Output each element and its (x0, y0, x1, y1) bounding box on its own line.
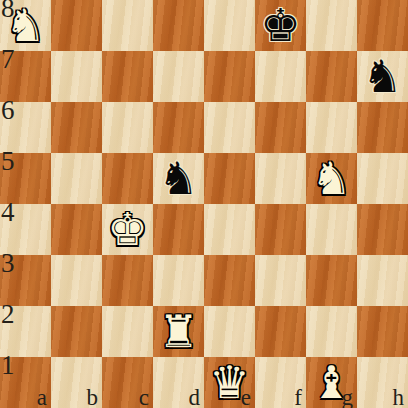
square-b2[interactable] (51, 306, 102, 357)
square-f7[interactable] (255, 51, 306, 102)
square-b3[interactable] (51, 255, 102, 306)
square-g7[interactable] (306, 51, 357, 102)
square-g8[interactable] (306, 0, 357, 51)
square-d8[interactable] (153, 0, 204, 51)
square-h5[interactable] (357, 153, 408, 204)
square-e8[interactable] (204, 0, 255, 51)
square-d1[interactable] (153, 357, 204, 408)
square-h4[interactable] (357, 204, 408, 255)
square-f8[interactable]: ♚ (255, 0, 306, 51)
square-c6[interactable] (102, 102, 153, 153)
square-h2[interactable] (357, 306, 408, 357)
square-h3[interactable] (357, 255, 408, 306)
square-h1[interactable] (357, 357, 408, 408)
square-c2[interactable] (102, 306, 153, 357)
square-b7[interactable] (51, 51, 102, 102)
square-b4[interactable] (51, 204, 102, 255)
square-d7[interactable] (153, 51, 204, 102)
square-f2[interactable] (255, 306, 306, 357)
square-c3[interactable] (102, 255, 153, 306)
piece-white-king-c4[interactable]: ♚ (102, 204, 153, 255)
piece-white-bishop-g1[interactable]: ♝ (306, 357, 357, 408)
square-a6[interactable] (0, 102, 51, 153)
square-b5[interactable] (51, 153, 102, 204)
square-c5[interactable] (102, 153, 153, 204)
square-f3[interactable] (255, 255, 306, 306)
piece-white-queen-e1[interactable]: ♛ (204, 357, 255, 408)
square-d6[interactable] (153, 102, 204, 153)
square-b1[interactable] (51, 357, 102, 408)
square-a2[interactable] (0, 306, 51, 357)
piece-black-king-f8[interactable]: ♚ (255, 0, 306, 51)
square-g5[interactable]: ♞ (306, 153, 357, 204)
square-d5[interactable]: ♞ (153, 153, 204, 204)
chess-board: ♞♚♞♞♞♚♜♛♝87654321abcdefgh (0, 0, 408, 408)
square-a3[interactable] (0, 255, 51, 306)
square-a5[interactable] (0, 153, 51, 204)
square-e4[interactable] (204, 204, 255, 255)
square-e7[interactable] (204, 51, 255, 102)
square-e3[interactable] (204, 255, 255, 306)
square-e6[interactable] (204, 102, 255, 153)
square-a4[interactable] (0, 204, 51, 255)
square-h6[interactable] (357, 102, 408, 153)
square-g4[interactable] (306, 204, 357, 255)
square-c4[interactable]: ♚ (102, 204, 153, 255)
square-f6[interactable] (255, 102, 306, 153)
square-h7[interactable]: ♞ (357, 51, 408, 102)
square-f4[interactable] (255, 204, 306, 255)
piece-black-knight-h7[interactable]: ♞ (357, 51, 408, 102)
square-a1[interactable] (0, 357, 51, 408)
square-h8[interactable] (357, 0, 408, 51)
square-f5[interactable] (255, 153, 306, 204)
square-c7[interactable] (102, 51, 153, 102)
square-f1[interactable] (255, 357, 306, 408)
square-g3[interactable] (306, 255, 357, 306)
square-g6[interactable] (306, 102, 357, 153)
square-a7[interactable] (0, 51, 51, 102)
square-d3[interactable] (153, 255, 204, 306)
square-e2[interactable] (204, 306, 255, 357)
square-g1[interactable]: ♝ (306, 357, 357, 408)
piece-white-knight-g5[interactable]: ♞ (306, 153, 357, 204)
square-d4[interactable] (153, 204, 204, 255)
square-e5[interactable] (204, 153, 255, 204)
square-a8[interactable]: ♞ (0, 0, 51, 51)
square-g2[interactable] (306, 306, 357, 357)
piece-white-knight-a8[interactable]: ♞ (0, 0, 51, 51)
square-c1[interactable] (102, 357, 153, 408)
piece-black-knight-d5[interactable]: ♞ (153, 153, 204, 204)
square-d2[interactable]: ♜ (153, 306, 204, 357)
square-c8[interactable] (102, 0, 153, 51)
square-b8[interactable] (51, 0, 102, 51)
piece-white-rook-d2[interactable]: ♜ (153, 306, 204, 357)
square-b6[interactable] (51, 102, 102, 153)
square-e1[interactable]: ♛ (204, 357, 255, 408)
